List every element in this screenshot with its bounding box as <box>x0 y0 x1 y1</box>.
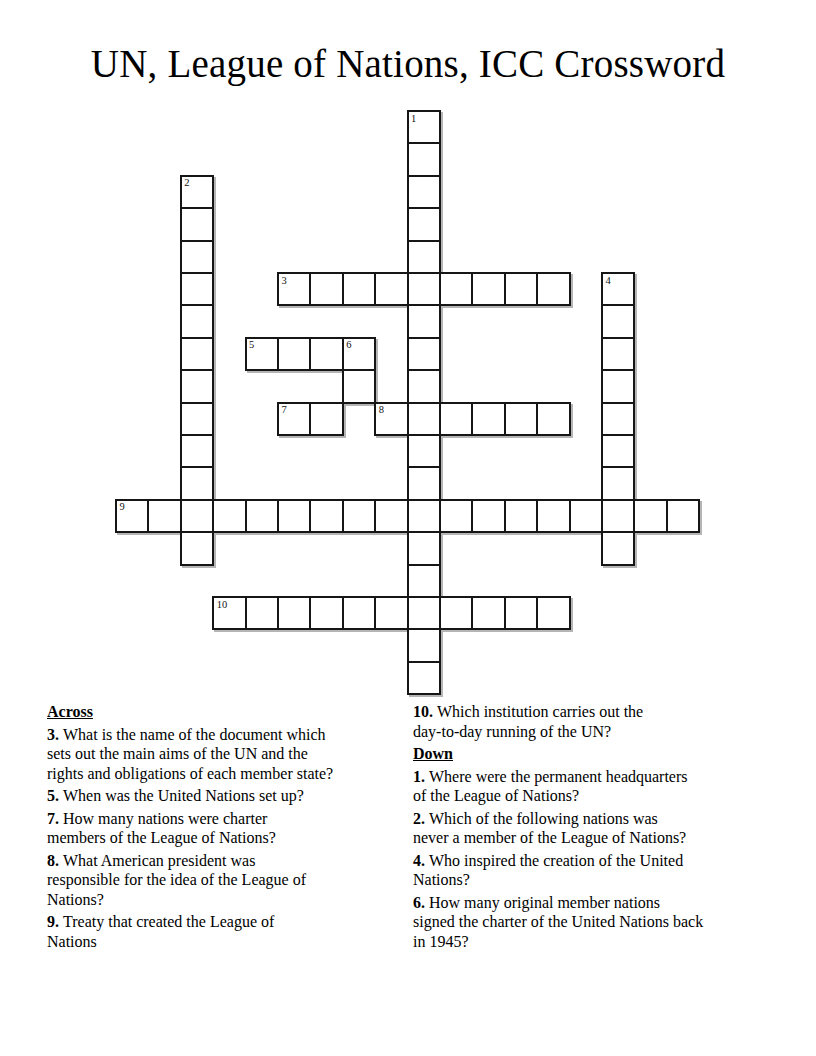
grid-cell[interactable] <box>407 304 441 338</box>
grid-cell[interactable]: 2 <box>180 175 214 209</box>
grid-cell[interactable] <box>666 499 700 533</box>
across-heading: Across <box>47 702 403 722</box>
clues-column-left: Across3. What is the name of the documen… <box>47 702 403 954</box>
grid-cell[interactable] <box>180 531 214 565</box>
grid-cell[interactable] <box>407 142 441 176</box>
grid-cell[interactable] <box>439 499 473 533</box>
grid-cell[interactable] <box>309 272 343 306</box>
grid-cell[interactable] <box>601 499 635 533</box>
grid-cell[interactable] <box>407 466 441 500</box>
grid-cell[interactable] <box>407 531 441 565</box>
grid-cell[interactable] <box>180 499 214 533</box>
grid-cell[interactable] <box>601 304 635 338</box>
grid-cell[interactable] <box>180 369 214 403</box>
clue-item: 9. Treaty that created the League of Nat… <box>47 912 403 951</box>
cell-number: 6 <box>346 339 351 350</box>
grid-cell[interactable] <box>180 466 214 500</box>
grid-cell[interactable] <box>277 596 311 630</box>
page-title: UN, League of Nations, ICC Crossword <box>0 42 816 86</box>
clue-item: 4. Who inspired the creation of the Unit… <box>413 851 769 890</box>
grid-cell[interactable] <box>407 564 441 598</box>
grid-cell[interactable] <box>439 402 473 436</box>
cell-number: 2 <box>184 177 189 188</box>
clue-text: Where were the permanent headquarters of… <box>413 768 688 805</box>
clue-text: How many nations were charter members of… <box>47 810 276 847</box>
clues-column-right: 10. Which institution carries out the da… <box>413 702 769 954</box>
clue-item: 7. How many nations were charter members… <box>47 809 403 848</box>
grid-cell[interactable] <box>601 369 635 403</box>
grid-cell[interactable] <box>180 337 214 371</box>
clue-number: 9. <box>47 913 63 930</box>
grid-cell[interactable] <box>504 272 538 306</box>
grid-cell[interactable] <box>277 499 311 533</box>
grid-cell[interactable] <box>601 402 635 436</box>
grid-cell[interactable] <box>407 272 441 306</box>
clue-number: 1. <box>413 768 429 785</box>
clue-text: Which of the following nations was never… <box>413 810 686 847</box>
clues-section: Across3. What is the name of the documen… <box>47 702 769 954</box>
grid-cell[interactable] <box>407 175 441 209</box>
crossword-page: UN, League of Nations, ICC Crossword 123… <box>0 0 816 1056</box>
grid-cell[interactable] <box>309 402 343 436</box>
grid-cell[interactable] <box>601 466 635 500</box>
grid-cell[interactable] <box>245 499 279 533</box>
cell-number: 4 <box>606 275 611 286</box>
grid-cell[interactable]: 3 <box>277 272 311 306</box>
grid-cell[interactable] <box>536 402 570 436</box>
clue-number: 6. <box>413 894 429 911</box>
cell-number: 5 <box>249 339 254 350</box>
grid-cell[interactable] <box>633 499 667 533</box>
grid-cell[interactable] <box>407 240 441 274</box>
grid-cell[interactable]: 8 <box>374 402 408 436</box>
grid-cell[interactable]: 10 <box>212 596 246 630</box>
cell-number: 1 <box>411 113 416 124</box>
clue-text: What American president was responsible … <box>47 852 306 908</box>
grid-cell[interactable] <box>439 596 473 630</box>
grid-cell[interactable] <box>601 337 635 371</box>
grid-cell[interactable] <box>504 402 538 436</box>
clue-item: 6. How many original member nations sign… <box>413 893 769 952</box>
clue-number: 3. <box>47 726 63 743</box>
grid-cell[interactable] <box>180 207 214 241</box>
grid-cell[interactable] <box>374 499 408 533</box>
grid-cell[interactable] <box>407 434 441 468</box>
grid-cell[interactable] <box>504 499 538 533</box>
grid-cell[interactable] <box>180 272 214 306</box>
grid-cell[interactable] <box>504 596 538 630</box>
grid-cell[interactable] <box>407 369 441 403</box>
grid-cell[interactable] <box>277 337 311 371</box>
clue-item: 1. Where were the permanent headquarters… <box>413 767 769 806</box>
clue-text: Treaty that created the League of Nation… <box>47 913 274 950</box>
cell-number: 9 <box>120 501 125 512</box>
grid-cell[interactable] <box>471 499 505 533</box>
grid-cell[interactable] <box>536 596 570 630</box>
grid-cell[interactable] <box>536 499 570 533</box>
grid-cell[interactable] <box>309 596 343 630</box>
grid-cell[interactable] <box>309 337 343 371</box>
clue-item: 10. Which institution carries out the da… <box>413 702 769 741</box>
grid-cell[interactable] <box>536 272 570 306</box>
grid-cell[interactable]: 5 <box>245 337 279 371</box>
clue-text: How many original member nations signed … <box>413 894 703 950</box>
grid-cell[interactable] <box>342 596 376 630</box>
grid-cell[interactable] <box>342 369 376 403</box>
clue-text: Who inspired the creation of the United … <box>413 852 683 889</box>
grid-cell[interactable] <box>342 272 376 306</box>
clue-item: 2. Which of the following nations was ne… <box>413 809 769 848</box>
grid-cell[interactable] <box>439 272 473 306</box>
cell-number: 7 <box>282 404 287 415</box>
clue-number: 10. <box>413 703 437 720</box>
down-heading: Down <box>413 744 769 764</box>
grid-cell[interactable]: 4 <box>601 272 635 306</box>
clue-number: 7. <box>47 810 63 827</box>
cell-number: 10 <box>217 599 228 610</box>
grid-cell[interactable] <box>601 434 635 468</box>
grid-cell[interactable] <box>180 402 214 436</box>
grid-cell[interactable] <box>569 499 603 533</box>
grid-cell[interactable]: 6 <box>342 337 376 371</box>
grid-cell[interactable] <box>180 304 214 338</box>
grid-cell[interactable] <box>309 499 343 533</box>
grid-cell[interactable] <box>471 402 505 436</box>
grid-cell[interactable] <box>407 337 441 371</box>
cell-number: 3 <box>282 275 287 286</box>
grid-cell[interactable] <box>407 596 441 630</box>
grid-cell[interactable]: 1 <box>407 110 441 144</box>
grid-cell[interactable] <box>407 661 441 695</box>
clue-text: What is the name of the document which s… <box>47 726 333 782</box>
grid-cell[interactable] <box>471 272 505 306</box>
clue-number: 5. <box>47 787 63 804</box>
grid-cell[interactable] <box>212 499 246 533</box>
clue-item: 5. When was the United Nations set up? <box>47 786 403 806</box>
clue-item: 3. What is the name of the document whic… <box>47 725 403 784</box>
clue-number: 8. <box>47 852 63 869</box>
grid-cell[interactable] <box>407 402 441 436</box>
crossword-grid: 12345678910 <box>115 110 703 698</box>
cell-number: 8 <box>379 404 384 415</box>
grid-cell[interactable] <box>407 499 441 533</box>
clue-item: 8. What American president was responsib… <box>47 851 403 910</box>
grid-cell[interactable] <box>407 628 441 662</box>
grid-cell[interactable]: 9 <box>115 499 149 533</box>
clue-text: When was the United Nations set up? <box>63 787 304 804</box>
grid-cell[interactable] <box>342 499 376 533</box>
grid-cell[interactable] <box>245 596 279 630</box>
grid-cell[interactable] <box>601 531 635 565</box>
grid-cell[interactable] <box>180 240 214 274</box>
grid-cell[interactable] <box>374 596 408 630</box>
clue-number: 4. <box>413 852 429 869</box>
grid-cell[interactable] <box>374 272 408 306</box>
grid-cell[interactable] <box>407 207 441 241</box>
grid-cell[interactable] <box>471 596 505 630</box>
grid-cell[interactable] <box>147 499 181 533</box>
clue-number: 2. <box>413 810 429 827</box>
grid-cell[interactable] <box>180 434 214 468</box>
grid-cell[interactable]: 7 <box>277 402 311 436</box>
clue-text: Which institution carries out the day-to… <box>413 703 643 740</box>
